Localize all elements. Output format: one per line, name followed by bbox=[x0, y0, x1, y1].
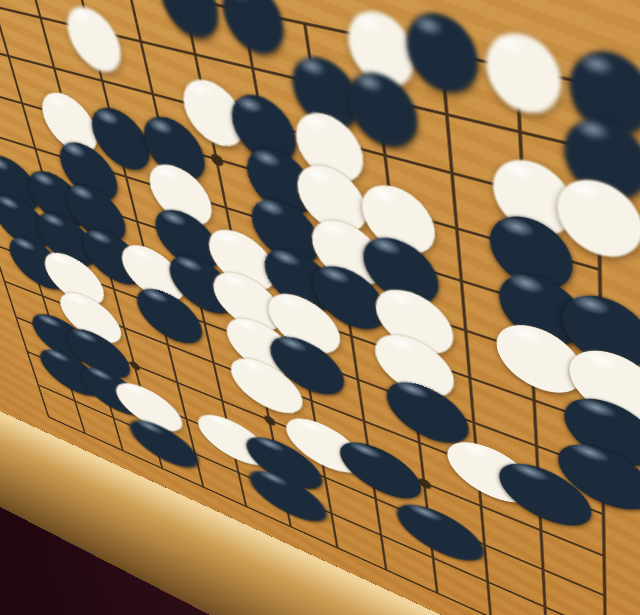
go-board: ●●●●●●●●●●●●●●●●●●●●●●●●●●●●●●●●●●●●●●●●… bbox=[0, 0, 640, 615]
go-board-photo: ●●●●●●●●●●●●●●●●●●●●●●●●●●●●●●●●●●●●●●●●… bbox=[0, 0, 640, 615]
white-go-stone[interactable]: ● bbox=[476, 21, 558, 111]
